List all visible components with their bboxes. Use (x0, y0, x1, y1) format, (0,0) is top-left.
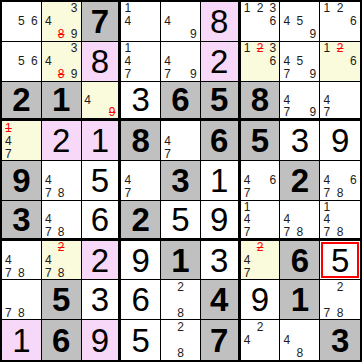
cell-r7c6[interactable]: 3 (201, 241, 241, 281)
empty-candidate-slot (187, 2, 200, 15)
candidate-grid: 1478 (320, 201, 360, 238)
cell-r2c5[interactable]: 479 (161, 42, 201, 82)
empty-candidate-slot (187, 320, 200, 333)
cell-r6c7[interactable]: 147 (241, 201, 281, 241)
candidate-grid: 78 (2, 280, 41, 319)
given-digit: 8 (251, 83, 269, 116)
empty-candidate-slot (306, 347, 319, 360)
cell-r3c3[interactable]: 49 (82, 82, 122, 122)
cell-r6c2[interactable]: 478 (42, 201, 82, 241)
empty-candidate-slot (161, 306, 174, 319)
solved-digit: 6 (91, 203, 109, 236)
empty-candidate-slot (161, 347, 174, 360)
empty-candidate-slot (320, 55, 333, 68)
empty-candidate-slot (15, 28, 28, 41)
empty-candidate-slot (121, 161, 134, 174)
candidate-5: 5 (15, 15, 28, 28)
candidate-7: 7 (280, 68, 293, 81)
candidate-grid: 147 (241, 201, 280, 238)
candidate-7: 7 (280, 106, 293, 118)
cell-r2c4[interactable]: 147 (121, 42, 161, 82)
cell-r5c4[interactable]: 47 (121, 161, 161, 201)
cell-r6c6[interactable]: 9 (201, 201, 241, 241)
empty-candidate-slot (161, 293, 174, 306)
empty-candidate-slot (254, 68, 267, 81)
candidate-4: 4 (82, 94, 94, 106)
candidate-8: 8 (174, 347, 187, 360)
cell-r2c3[interactable]: 8 (82, 42, 122, 82)
empty-candidate-slot (147, 15, 160, 28)
candidate-grid: 247 (241, 241, 280, 280)
empty-candidate-slot (147, 174, 160, 187)
cell-r3c1[interactable]: 2 (2, 82, 42, 122)
cell-r7c2[interactable]: 2478 (42, 241, 82, 281)
empty-candidate-slot (293, 213, 306, 225)
candidate-8: 8 (55, 225, 68, 237)
candidate-2: 2 (333, 2, 346, 15)
candidate-grid: 126 (320, 42, 360, 81)
cell-r7c5[interactable]: 1 (161, 241, 201, 281)
empty-candidate-slot (106, 82, 118, 94)
empty-candidate-slot (15, 2, 28, 15)
cell-r3c2[interactable]: 1 (42, 82, 82, 122)
cell-r4c4[interactable]: 8 (121, 121, 161, 161)
empty-candidate-slot (15, 42, 28, 55)
given-digit: 2 (132, 203, 150, 236)
empty-candidate-slot (187, 121, 200, 134)
given-digit: 5 (251, 124, 269, 157)
candidate-grid: 56 (2, 42, 41, 81)
cell-r4c9[interactable]: 9 (320, 121, 360, 161)
candidate-4: 4 (161, 55, 174, 68)
candidate-3: 3 (267, 42, 280, 55)
cell-r8c3[interactable]: 3 (82, 280, 122, 320)
candidate-8: 8 (55, 187, 68, 200)
empty-candidate-slot (161, 2, 174, 15)
cell-r5c2[interactable]: 478 (42, 161, 82, 201)
candidate-6: 6 (28, 15, 41, 28)
cell-r5c8[interactable]: 2 (280, 161, 320, 201)
cell-r2c1[interactable]: 56 (2, 42, 42, 82)
cell-r9c7[interactable]: 24 (241, 320, 281, 360)
cell-r4c7[interactable]: 5 (241, 121, 281, 161)
empty-candidate-slot (333, 82, 346, 94)
empty-candidate-slot (55, 55, 68, 68)
solved-digit: 1 (91, 124, 109, 157)
empty-candidate-slot (134, 28, 147, 41)
empty-candidate-slot (187, 293, 200, 306)
candidate-1: 1 (121, 42, 134, 55)
cell-r5c1[interactable]: 9 (2, 161, 42, 201)
cell-r2c7[interactable]: 1236 (241, 42, 281, 82)
empty-candidate-slot (267, 201, 280, 213)
cell-r2c2[interactable]: 3489 (42, 42, 82, 82)
solved-digit: 8 (91, 45, 109, 78)
candidate-grid: 147 (2, 121, 41, 160)
candidate-7: 7 (121, 187, 134, 200)
empty-candidate-slot (134, 161, 147, 174)
candidate-3: 3 (68, 42, 81, 55)
empty-candidate-slot (15, 241, 28, 254)
empty-candidate-slot (174, 42, 187, 55)
cell-r4c5[interactable]: 47 (161, 121, 201, 161)
candidate-6: 6 (267, 174, 280, 187)
empty-candidate-slot (280, 28, 293, 41)
empty-candidate-slot (2, 280, 15, 293)
cell-r9c5[interactable]: 28 (161, 320, 201, 360)
empty-candidate-slot (267, 333, 280, 346)
candidate-grid: 49 (82, 82, 119, 119)
empty-candidate-slot (161, 320, 174, 333)
candidate-6: 6 (347, 174, 360, 187)
empty-candidate-slot (347, 225, 360, 237)
empty-candidate-slot (333, 161, 346, 174)
empty-candidate-slot (254, 254, 267, 267)
empty-candidate-slot (293, 201, 306, 213)
cell-r1c2[interactable]: 3489 (42, 2, 82, 42)
empty-candidate-slot (254, 55, 267, 68)
empty-candidate-slot (42, 42, 55, 55)
solved-digit: 9 (251, 283, 269, 316)
empty-candidate-slot (28, 280, 41, 293)
cell-r6c9[interactable]: 1478 (320, 201, 360, 241)
empty-candidate-slot (333, 28, 346, 41)
candidate-7: 7 (2, 306, 15, 319)
empty-candidate-slot (293, 28, 306, 41)
given-digit: 3 (12, 203, 30, 236)
empty-candidate-slot (267, 213, 280, 225)
cell-r7c7[interactable]: 247 (241, 241, 281, 281)
cell-r5c9[interactable]: 4678 (320, 161, 360, 201)
candidate-4: 4 (42, 55, 55, 68)
candidate-4: 4 (241, 254, 254, 267)
cell-r4c1[interactable]: 147 (2, 121, 42, 161)
candidate-grid: 3489 (42, 42, 81, 81)
cell-r8c8[interactable]: 1 (280, 280, 320, 320)
candidate-4: 4 (280, 213, 293, 225)
cell-r6c3[interactable]: 6 (82, 201, 122, 241)
empty-candidate-slot (333, 106, 346, 118)
empty-candidate-slot (347, 293, 360, 306)
cell-r9c8[interactable]: 48 (280, 320, 320, 360)
given-digit: 8 (132, 124, 150, 157)
cell-r3c6[interactable]: 5 (201, 82, 241, 122)
empty-candidate-slot (293, 82, 306, 94)
empty-candidate-slot (15, 68, 28, 81)
empty-candidate-slot (15, 254, 28, 267)
empty-candidate-slot (28, 121, 41, 134)
cell-r1c1[interactable]: 56 (2, 2, 42, 42)
cell-r7c8[interactable]: 6 (280, 241, 320, 281)
candidate-grid: 3489 (42, 2, 81, 41)
cell-r9c9[interactable]: 3 (320, 320, 360, 360)
candidate-8: 8 (333, 306, 346, 319)
candidate-grid: 147 (121, 42, 160, 81)
candidate-2: 2 (254, 320, 267, 333)
candidate-8: 8 (333, 187, 346, 200)
candidate-5: 5 (15, 55, 28, 68)
empty-candidate-slot (254, 333, 267, 346)
cell-r1c3[interactable]: 7 (82, 2, 122, 42)
empty-candidate-slot (267, 68, 280, 81)
cell-r7c4[interactable]: 9 (121, 241, 161, 281)
cell-r4c3[interactable]: 1 (82, 121, 122, 161)
empty-candidate-slot (161, 280, 174, 293)
solved-digit: 3 (210, 244, 228, 277)
solved-digit: 9 (210, 203, 228, 236)
empty-candidate-slot (333, 201, 346, 213)
candidate-2-eliminated: 2 (254, 42, 267, 55)
solved-digit: 5 (331, 244, 349, 277)
empty-candidate-slot (55, 42, 68, 55)
solved-digit: 9 (132, 244, 150, 277)
cell-r8c9[interactable]: 278 (320, 280, 360, 320)
empty-candidate-slot (254, 28, 267, 41)
given-digit: 3 (171, 164, 189, 197)
candidate-8: 8 (15, 267, 28, 280)
empty-candidate-slot (306, 201, 319, 213)
cell-r1c7[interactable]: 1236 (241, 2, 281, 42)
candidate-7: 7 (161, 68, 174, 81)
candidate-9: 9 (306, 68, 319, 81)
empty-candidate-slot (293, 68, 306, 81)
empty-candidate-slot (347, 68, 360, 81)
given-digit: 6 (171, 83, 189, 116)
solved-digit: 2 (52, 124, 70, 157)
candidate-7: 7 (2, 267, 15, 280)
empty-candidate-slot (174, 293, 187, 306)
given-digit: 7 (210, 324, 228, 357)
empty-candidate-slot (82, 106, 94, 118)
empty-candidate-slot (333, 174, 346, 187)
solved-digit: 9 (331, 124, 349, 157)
cell-r5c6[interactable]: 1 (201, 161, 241, 201)
empty-candidate-slot (320, 280, 333, 293)
empty-candidate-slot (347, 201, 360, 213)
cell-r8c4[interactable]: 6 (121, 280, 161, 320)
empty-candidate-slot (134, 42, 147, 55)
empty-candidate-slot (280, 2, 293, 15)
empty-candidate-slot (28, 306, 41, 319)
candidate-4: 4 (121, 15, 134, 28)
empty-candidate-slot (267, 187, 280, 200)
cell-r5c5[interactable]: 3 (161, 161, 201, 201)
empty-candidate-slot (333, 293, 346, 306)
cell-r2c8[interactable]: 4579 (280, 42, 320, 82)
cell-r7c3[interactable]: 2 (82, 241, 122, 281)
cell-r1c4[interactable]: 14 (121, 2, 161, 42)
candidate-2-eliminated: 2 (254, 241, 267, 254)
cell-r5c3[interactable]: 5 (82, 161, 122, 201)
candidate-7: 7 (320, 225, 333, 237)
given-digit: 5 (52, 283, 70, 316)
empty-candidate-slot (306, 225, 319, 237)
candidate-4: 4 (121, 174, 134, 187)
empty-candidate-slot (267, 241, 280, 254)
empty-candidate-slot (187, 134, 200, 147)
candidate-grid: 47 (320, 82, 360, 119)
empty-candidate-slot (174, 55, 187, 68)
empty-candidate-slot (347, 161, 360, 174)
candidate-grid: 459 (280, 2, 319, 41)
solved-digit: 2 (91, 244, 109, 277)
empty-candidate-slot (134, 187, 147, 200)
candidate-grid: 1236 (241, 42, 280, 81)
cell-r3c7[interactable]: 8 (241, 82, 281, 122)
cell-r3c9[interactable]: 47 (320, 82, 360, 122)
empty-candidate-slot (161, 28, 174, 41)
cell-r3c4[interactable]: 3 (121, 82, 161, 122)
cell-r8c1[interactable]: 78 (2, 280, 42, 320)
empty-candidate-slot (134, 55, 147, 68)
empty-candidate-slot (28, 134, 41, 147)
cell-r3c5[interactable]: 6 (161, 82, 201, 122)
empty-candidate-slot (42, 68, 55, 81)
cell-r9c6[interactable]: 7 (201, 320, 241, 360)
empty-candidate-slot (241, 28, 254, 41)
empty-candidate-slot (280, 42, 293, 55)
empty-candidate-slot (293, 320, 306, 333)
cell-r1c5[interactable]: 49 (161, 2, 201, 42)
empty-candidate-slot (333, 15, 346, 28)
candidate-grid: 48 (280, 320, 319, 360)
candidate-2-eliminated: 2 (55, 241, 68, 254)
cell-r4c6[interactable]: 6 (201, 121, 241, 161)
empty-candidate-slot (280, 347, 293, 360)
cell-r9c3[interactable]: 9 (82, 320, 122, 360)
empty-candidate-slot (121, 28, 134, 41)
empty-candidate-slot (293, 94, 306, 106)
empty-candidate-slot (15, 121, 28, 134)
candidate-grid: 467 (241, 161, 280, 200)
empty-candidate-slot (280, 320, 293, 333)
candidate-7: 7 (42, 187, 55, 200)
solved-digit: 3 (132, 83, 150, 116)
empty-candidate-slot (94, 106, 106, 118)
empty-candidate-slot (68, 241, 81, 254)
empty-candidate-slot (15, 147, 28, 160)
empty-candidate-slot (347, 306, 360, 319)
empty-candidate-slot (161, 333, 174, 346)
cell-r2c9[interactable]: 126 (320, 42, 360, 82)
empty-candidate-slot (147, 187, 160, 200)
candidate-4: 4 (280, 333, 293, 346)
empty-candidate-slot (2, 2, 15, 15)
empty-candidate-slot (134, 68, 147, 81)
empty-candidate-slot (2, 42, 15, 55)
candidate-1: 1 (241, 2, 254, 15)
solved-digit: 5 (132, 324, 150, 357)
empty-candidate-slot (320, 82, 333, 94)
cell-r2c6[interactable]: 2 (201, 42, 241, 82)
candidate-4: 4 (161, 15, 174, 28)
given-digit: 6 (210, 124, 228, 157)
empty-candidate-slot (134, 174, 147, 187)
candidate-3: 3 (267, 2, 280, 15)
empty-candidate-slot (306, 82, 319, 94)
cell-r3c8[interactable]: 479 (280, 82, 320, 122)
given-digit: 1 (171, 244, 189, 277)
cell-r4c8[interactable]: 3 (280, 121, 320, 161)
candidate-6: 6 (28, 55, 41, 68)
empty-candidate-slot (147, 42, 160, 55)
candidate-grid: 126 (320, 2, 360, 41)
empty-candidate-slot (82, 82, 94, 94)
candidate-1: 1 (320, 2, 333, 15)
empty-candidate-slot (174, 68, 187, 81)
empty-candidate-slot (293, 106, 306, 118)
given-digit: 2 (12, 83, 30, 116)
candidate-4: 4 (241, 174, 254, 187)
empty-candidate-slot (15, 293, 28, 306)
empty-candidate-slot (174, 134, 187, 147)
empty-candidate-slot (306, 213, 319, 225)
given-digit: 4 (210, 283, 228, 316)
cell-r8c7[interactable]: 9 (241, 280, 281, 320)
candidate-grid: 24 (241, 320, 280, 360)
cell-r6c8[interactable]: 478 (280, 201, 320, 241)
empty-candidate-slot (68, 15, 81, 28)
cell-r9c4[interactable]: 5 (121, 320, 161, 360)
candidate-6: 6 (267, 15, 280, 28)
cell-r9c2[interactable]: 6 (42, 320, 82, 360)
empty-candidate-slot (280, 82, 293, 94)
empty-candidate-slot (267, 347, 280, 360)
cell-r5c7[interactable]: 467 (241, 161, 281, 201)
candidate-4: 4 (241, 333, 254, 346)
empty-candidate-slot (320, 28, 333, 41)
cell-r9c1[interactable]: 1 (2, 320, 42, 360)
empty-candidate-slot (94, 82, 106, 94)
empty-candidate-slot (293, 42, 306, 55)
cell-r6c4[interactable]: 2 (121, 201, 161, 241)
candidate-grid: 28 (161, 280, 200, 319)
candidate-7: 7 (2, 147, 15, 160)
empty-candidate-slot (28, 42, 41, 55)
empty-candidate-slot (28, 28, 41, 41)
cell-r1c9[interactable]: 126 (320, 2, 360, 42)
empty-candidate-slot (187, 280, 200, 293)
cell-r1c8[interactable]: 459 (280, 2, 320, 42)
cell-r8c2[interactable]: 5 (42, 280, 82, 320)
candidate-9-eliminated: 9 (106, 106, 118, 118)
cell-r1c6[interactable]: 8 (201, 2, 241, 42)
candidate-grid: 4579 (280, 42, 319, 81)
empty-candidate-slot (241, 161, 254, 174)
empty-candidate-slot (267, 267, 280, 280)
cell-r6c5[interactable]: 5 (161, 201, 201, 241)
cell-r8c6[interactable]: 4 (201, 280, 241, 320)
candidate-4: 4 (280, 55, 293, 68)
empty-candidate-slot (15, 134, 28, 147)
candidate-grid: 1236 (241, 2, 280, 41)
cell-r7c9[interactable]: 5 (320, 241, 360, 281)
empty-candidate-slot (161, 42, 174, 55)
empty-candidate-slot (254, 213, 267, 225)
empty-candidate-slot (241, 55, 254, 68)
candidate-grid: 278 (320, 280, 360, 319)
cell-r7c1[interactable]: 478 (2, 241, 42, 281)
candidate-7: 7 (42, 225, 55, 237)
cell-r8c5[interactable]: 28 (161, 280, 201, 320)
cell-r6c1[interactable]: 3 (2, 201, 42, 241)
candidate-8: 8 (293, 225, 306, 237)
candidate-4: 4 (280, 15, 293, 28)
empty-candidate-slot (68, 201, 81, 213)
cell-r4c2[interactable]: 2 (42, 121, 82, 161)
solved-digit: 3 (91, 283, 109, 316)
empty-candidate-slot (267, 28, 280, 41)
